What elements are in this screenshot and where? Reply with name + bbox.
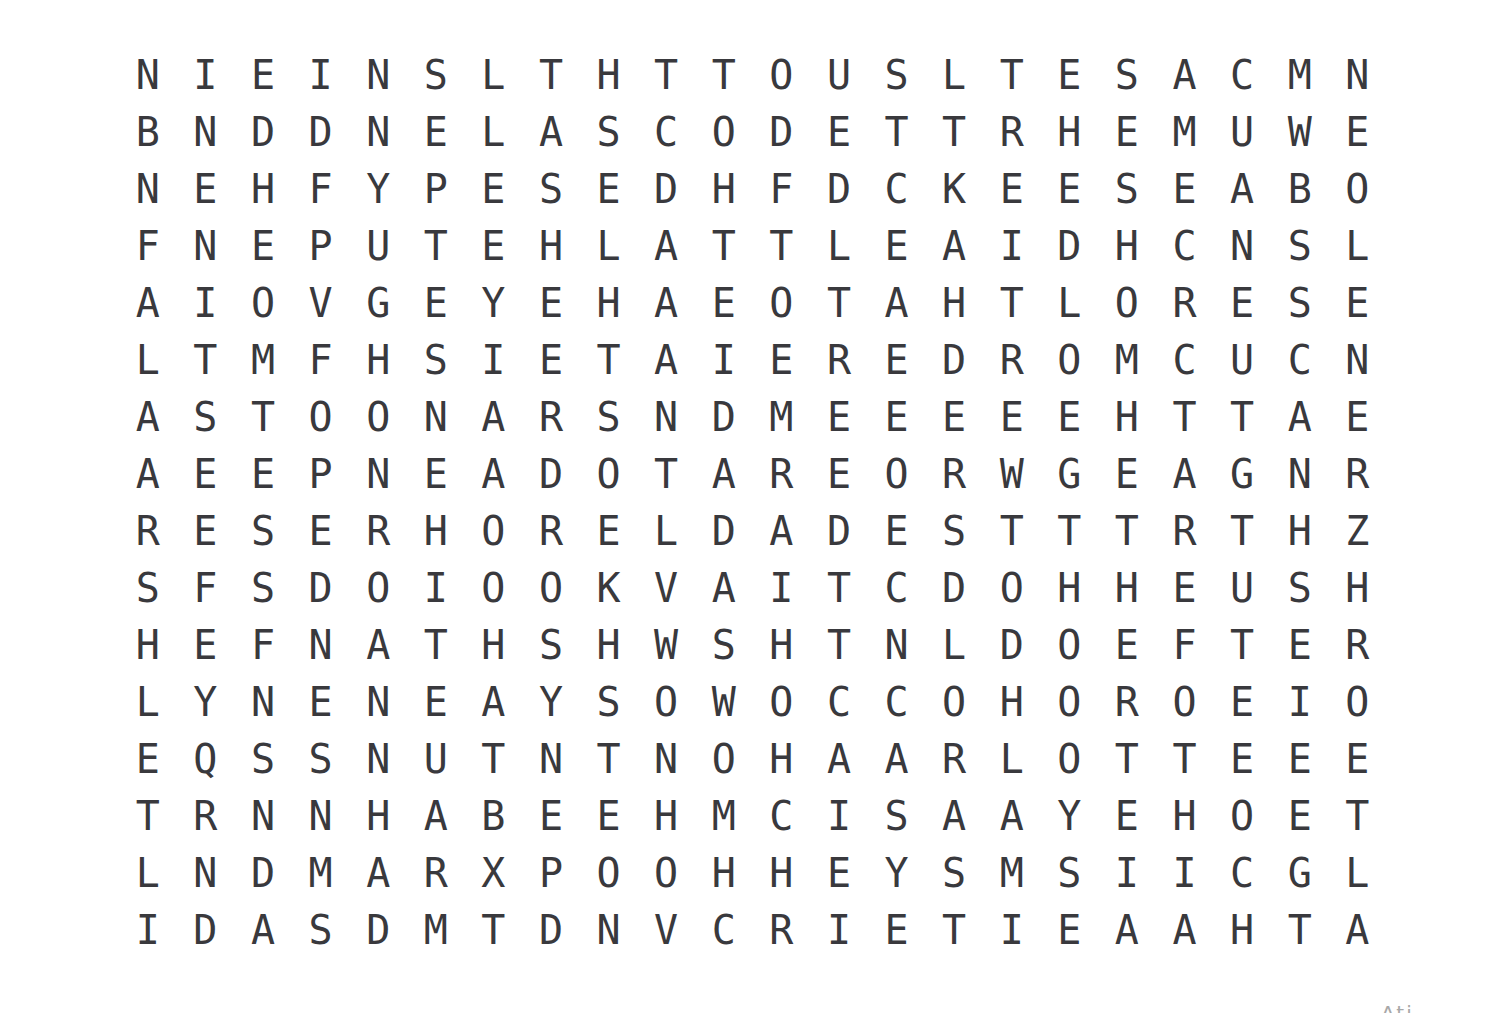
grid-cell[interactable]: E xyxy=(1041,388,1099,445)
grid-cell[interactable]: T xyxy=(119,788,177,845)
grid-cell[interactable]: R xyxy=(119,502,177,559)
grid-cell[interactable]: S xyxy=(1041,845,1099,902)
grid-cell[interactable]: O xyxy=(1156,674,1214,731)
grid-cell[interactable]: H xyxy=(1098,217,1156,274)
grid-cell[interactable]: W xyxy=(637,616,695,673)
grid-cell[interactable]: N xyxy=(292,616,350,673)
grid-cell[interactable]: E xyxy=(810,388,868,445)
grid-cell[interactable]: S xyxy=(234,559,292,616)
grid-cell[interactable]: E xyxy=(1271,616,1329,673)
grid-cell[interactable]: E xyxy=(1213,274,1271,331)
grid-cell[interactable]: G xyxy=(349,274,407,331)
grid-cell[interactable]: H xyxy=(695,845,753,902)
grid-cell[interactable]: A xyxy=(465,388,523,445)
grid-cell[interactable]: C xyxy=(868,559,926,616)
grid-cell[interactable]: T xyxy=(983,502,1041,559)
grid-cell[interactable]: H xyxy=(1328,559,1386,616)
grid-cell[interactable]: A xyxy=(695,445,753,502)
grid-cell[interactable]: E xyxy=(580,502,638,559)
grid-cell[interactable]: P xyxy=(522,845,580,902)
grid-cell[interactable]: D xyxy=(810,160,868,217)
grid-cell[interactable]: L xyxy=(119,674,177,731)
grid-cell[interactable]: D xyxy=(522,445,580,502)
grid-cell[interactable]: O xyxy=(349,559,407,616)
grid-cell[interactable]: A xyxy=(637,217,695,274)
grid-cell[interactable]: T xyxy=(810,616,868,673)
grid-cell[interactable]: B xyxy=(119,103,177,160)
grid-cell[interactable]: H xyxy=(983,674,1041,731)
grid-cell[interactable]: N xyxy=(349,731,407,788)
grid-cell[interactable]: C xyxy=(1213,46,1271,103)
grid-cell[interactable]: O xyxy=(753,46,811,103)
grid-cell[interactable]: T xyxy=(1213,502,1271,559)
grid-cell[interactable]: E xyxy=(868,217,926,274)
grid-cell[interactable]: A xyxy=(637,274,695,331)
grid-cell[interactable]: S xyxy=(695,616,753,673)
grid-cell[interactable]: E xyxy=(1156,160,1214,217)
grid-cell[interactable]: O xyxy=(753,274,811,331)
grid-cell[interactable]: W xyxy=(983,445,1041,502)
grid-cell[interactable]: M xyxy=(1156,103,1214,160)
grid-cell[interactable]: E xyxy=(177,445,235,502)
grid-cell[interactable]: A xyxy=(753,502,811,559)
grid-cell[interactable]: T xyxy=(580,331,638,388)
grid-cell[interactable]: D xyxy=(753,103,811,160)
grid-cell[interactable]: R xyxy=(753,902,811,959)
grid-cell[interactable]: D xyxy=(925,559,983,616)
grid-cell[interactable]: I xyxy=(292,46,350,103)
grid-cell[interactable]: T xyxy=(925,103,983,160)
grid-cell[interactable]: T xyxy=(983,274,1041,331)
grid-cell[interactable]: O xyxy=(1041,731,1099,788)
grid-cell[interactable]: D xyxy=(292,559,350,616)
grid-cell[interactable]: S xyxy=(925,502,983,559)
grid-cell[interactable]: P xyxy=(407,160,465,217)
grid-cell[interactable]: A xyxy=(1156,46,1214,103)
grid-cell[interactable]: T xyxy=(1271,902,1329,959)
grid-cell[interactable]: Y xyxy=(465,274,523,331)
grid-cell[interactable]: I xyxy=(119,902,177,959)
grid-cell[interactable]: R xyxy=(1156,274,1214,331)
grid-cell[interactable]: E xyxy=(465,217,523,274)
grid-cell[interactable]: T xyxy=(1213,616,1271,673)
grid-cell[interactable]: E xyxy=(1328,274,1386,331)
grid-cell[interactable]: M xyxy=(983,845,1041,902)
grid-cell[interactable]: R xyxy=(983,331,1041,388)
grid-cell[interactable]: A xyxy=(119,388,177,445)
grid-cell[interactable]: N xyxy=(119,160,177,217)
grid-cell[interactable]: A xyxy=(1098,902,1156,959)
grid-cell[interactable]: H xyxy=(1156,788,1214,845)
grid-cell[interactable]: S xyxy=(925,845,983,902)
grid-cell[interactable]: S xyxy=(292,902,350,959)
grid-cell[interactable]: L xyxy=(810,217,868,274)
grid-cell[interactable]: M xyxy=(753,388,811,445)
grid-cell[interactable]: A xyxy=(465,445,523,502)
grid-cell[interactable]: S xyxy=(1098,160,1156,217)
grid-cell[interactable]: C xyxy=(695,902,753,959)
grid-cell[interactable]: C xyxy=(1156,331,1214,388)
grid-cell[interactable]: H xyxy=(637,788,695,845)
grid-cell[interactable]: N xyxy=(349,103,407,160)
grid-cell[interactable]: R xyxy=(925,731,983,788)
grid-cell[interactable]: N xyxy=(177,845,235,902)
grid-cell[interactable]: I xyxy=(1098,845,1156,902)
grid-cell[interactable]: N xyxy=(292,788,350,845)
grid-cell[interactable]: A xyxy=(983,788,1041,845)
grid-cell[interactable]: O xyxy=(1041,674,1099,731)
grid-cell[interactable]: A xyxy=(1156,445,1214,502)
grid-cell[interactable]: N xyxy=(407,388,465,445)
grid-cell[interactable]: E xyxy=(868,502,926,559)
grid-cell[interactable]: S xyxy=(119,559,177,616)
grid-cell[interactable]: R xyxy=(753,445,811,502)
grid-cell[interactable]: A xyxy=(868,731,926,788)
grid-cell[interactable]: E xyxy=(753,331,811,388)
grid-cell[interactable]: R xyxy=(1328,445,1386,502)
grid-cell[interactable]: R xyxy=(810,331,868,388)
grid-cell[interactable]: E xyxy=(868,902,926,959)
grid-cell[interactable]: G xyxy=(1041,445,1099,502)
grid-cell[interactable]: D xyxy=(522,902,580,959)
grid-cell[interactable]: S xyxy=(522,160,580,217)
grid-cell[interactable]: Z xyxy=(1328,502,1386,559)
grid-cell[interactable]: O xyxy=(349,388,407,445)
grid-cell[interactable]: T xyxy=(695,217,753,274)
grid-cell[interactable]: G xyxy=(1271,845,1329,902)
grid-cell[interactable]: U xyxy=(810,46,868,103)
grid-cell[interactable]: T xyxy=(580,731,638,788)
grid-cell[interactable]: T xyxy=(637,46,695,103)
grid-cell[interactable]: E xyxy=(1041,902,1099,959)
grid-cell[interactable]: B xyxy=(465,788,523,845)
grid-cell[interactable]: L xyxy=(119,331,177,388)
grid-cell[interactable]: H xyxy=(1041,559,1099,616)
grid-cell[interactable]: U xyxy=(407,731,465,788)
grid-cell[interactable]: H xyxy=(695,160,753,217)
grid-cell[interactable]: E xyxy=(1213,731,1271,788)
grid-cell[interactable]: T xyxy=(983,46,1041,103)
grid-cell[interactable]: X xyxy=(465,845,523,902)
grid-cell[interactable]: F xyxy=(292,160,350,217)
grid-cell[interactable]: D xyxy=(695,502,753,559)
grid-cell[interactable]: H xyxy=(1213,902,1271,959)
grid-cell[interactable]: P xyxy=(292,217,350,274)
grid-cell[interactable]: Q xyxy=(177,731,235,788)
grid-cell[interactable]: N xyxy=(349,46,407,103)
grid-cell[interactable]: A xyxy=(925,217,983,274)
grid-cell[interactable]: S xyxy=(580,674,638,731)
grid-cell[interactable]: F xyxy=(119,217,177,274)
grid-cell[interactable]: I xyxy=(465,331,523,388)
grid-cell[interactable]: O xyxy=(580,845,638,902)
grid-cell[interactable]: O xyxy=(465,559,523,616)
grid-cell[interactable]: S xyxy=(1098,46,1156,103)
grid-cell[interactable]: Y xyxy=(1041,788,1099,845)
grid-cell[interactable]: N xyxy=(868,616,926,673)
grid-cell[interactable]: D xyxy=(292,103,350,160)
grid-cell[interactable]: E xyxy=(810,845,868,902)
grid-cell[interactable]: E xyxy=(810,103,868,160)
grid-cell[interactable]: S xyxy=(1271,559,1329,616)
grid-cell[interactable]: S xyxy=(1271,274,1329,331)
grid-cell[interactable]: T xyxy=(1156,731,1214,788)
grid-cell[interactable]: L xyxy=(1328,845,1386,902)
grid-cell[interactable]: T xyxy=(234,388,292,445)
grid-cell[interactable]: C xyxy=(868,160,926,217)
grid-cell[interactable]: H xyxy=(925,274,983,331)
grid-cell[interactable]: O xyxy=(234,274,292,331)
grid-cell[interactable]: L xyxy=(1041,274,1099,331)
grid-cell[interactable]: U xyxy=(1213,559,1271,616)
grid-cell[interactable]: E xyxy=(177,502,235,559)
grid-cell[interactable]: V xyxy=(292,274,350,331)
grid-cell[interactable]: D xyxy=(234,845,292,902)
grid-cell[interactable]: F xyxy=(753,160,811,217)
grid-cell[interactable]: S xyxy=(177,388,235,445)
grid-cell[interactable]: S xyxy=(292,731,350,788)
grid-cell[interactable]: O xyxy=(637,845,695,902)
grid-cell[interactable]: O xyxy=(1041,616,1099,673)
grid-cell[interactable]: S xyxy=(1271,217,1329,274)
grid-cell[interactable]: E xyxy=(407,674,465,731)
grid-cell[interactable]: E xyxy=(1328,103,1386,160)
grid-cell[interactable]: A xyxy=(1213,160,1271,217)
grid-cell[interactable]: L xyxy=(465,103,523,160)
grid-cell[interactable]: Y xyxy=(349,160,407,217)
grid-cell[interactable]: N xyxy=(1328,331,1386,388)
grid-cell[interactable]: I xyxy=(810,788,868,845)
grid-cell[interactable]: T xyxy=(465,902,523,959)
grid-cell[interactable]: R xyxy=(1328,616,1386,673)
grid-cell[interactable]: D xyxy=(810,502,868,559)
grid-cell[interactable]: E xyxy=(1098,445,1156,502)
grid-cell[interactable]: A xyxy=(1328,902,1386,959)
grid-cell[interactable]: E xyxy=(407,274,465,331)
grid-cell[interactable]: S xyxy=(234,731,292,788)
grid-cell[interactable]: A xyxy=(1156,902,1214,959)
grid-cell[interactable]: N xyxy=(522,731,580,788)
grid-cell[interactable]: C xyxy=(753,788,811,845)
grid-cell[interactable]: I xyxy=(983,902,1041,959)
grid-cell[interactable]: T xyxy=(407,217,465,274)
grid-cell[interactable]: A xyxy=(349,616,407,673)
grid-cell[interactable]: V xyxy=(637,902,695,959)
grid-cell[interactable]: N xyxy=(234,674,292,731)
grid-cell[interactable]: C xyxy=(637,103,695,160)
grid-cell[interactable]: E xyxy=(465,160,523,217)
grid-cell[interactable]: I xyxy=(407,559,465,616)
grid-cell[interactable]: O xyxy=(1328,674,1386,731)
grid-cell[interactable]: N xyxy=(177,103,235,160)
grid-cell[interactable]: U xyxy=(349,217,407,274)
grid-cell[interactable]: M xyxy=(1271,46,1329,103)
grid-cell[interactable]: L xyxy=(983,731,1041,788)
grid-cell[interactable]: L xyxy=(925,616,983,673)
grid-cell[interactable]: E xyxy=(522,274,580,331)
grid-cell[interactable]: T xyxy=(407,616,465,673)
grid-cell[interactable]: I xyxy=(177,46,235,103)
grid-cell[interactable]: R xyxy=(1156,502,1214,559)
grid-cell[interactable]: W xyxy=(695,674,753,731)
grid-cell[interactable]: E xyxy=(1271,731,1329,788)
grid-cell[interactable]: G xyxy=(1213,445,1271,502)
grid-cell[interactable]: E xyxy=(522,788,580,845)
grid-cell[interactable]: I xyxy=(983,217,1041,274)
grid-cell[interactable]: C xyxy=(810,674,868,731)
grid-cell[interactable]: T xyxy=(1098,502,1156,559)
grid-cell[interactable]: E xyxy=(177,616,235,673)
grid-cell[interactable]: T xyxy=(1328,788,1386,845)
grid-cell[interactable]: K xyxy=(925,160,983,217)
grid-cell[interactable]: E xyxy=(1328,731,1386,788)
grid-cell[interactable]: H xyxy=(349,788,407,845)
grid-cell[interactable]: I xyxy=(810,902,868,959)
grid-cell[interactable]: R xyxy=(1098,674,1156,731)
grid-cell[interactable]: H xyxy=(753,731,811,788)
grid-cell[interactable]: H xyxy=(234,160,292,217)
grid-cell[interactable]: E xyxy=(580,788,638,845)
grid-cell[interactable]: E xyxy=(522,331,580,388)
grid-cell[interactable]: S xyxy=(868,788,926,845)
grid-cell[interactable]: N xyxy=(1328,46,1386,103)
grid-cell[interactable]: A xyxy=(119,274,177,331)
grid-cell[interactable]: W xyxy=(1271,103,1329,160)
grid-cell[interactable]: D xyxy=(1041,217,1099,274)
grid-cell[interactable]: D xyxy=(177,902,235,959)
grid-cell[interactable]: E xyxy=(1213,674,1271,731)
grid-cell[interactable]: S xyxy=(407,331,465,388)
grid-cell[interactable]: E xyxy=(1041,160,1099,217)
grid-cell[interactable]: S xyxy=(868,46,926,103)
grid-cell[interactable]: D xyxy=(925,331,983,388)
grid-cell[interactable]: O xyxy=(292,388,350,445)
grid-cell[interactable]: C xyxy=(1271,331,1329,388)
grid-cell[interactable]: N xyxy=(580,902,638,959)
grid-cell[interactable]: H xyxy=(407,502,465,559)
grid-cell[interactable]: D xyxy=(983,616,1041,673)
grid-cell[interactable]: E xyxy=(1098,616,1156,673)
grid-cell[interactable]: U xyxy=(1213,103,1271,160)
grid-cell[interactable]: S xyxy=(234,502,292,559)
grid-cell[interactable]: L xyxy=(637,502,695,559)
grid-cell[interactable]: I xyxy=(1271,674,1329,731)
grid-cell[interactable]: S xyxy=(580,103,638,160)
grid-cell[interactable]: C xyxy=(868,674,926,731)
grid-cell[interactable]: R xyxy=(349,502,407,559)
grid-cell[interactable]: F xyxy=(292,331,350,388)
grid-cell[interactable]: M xyxy=(1098,331,1156,388)
grid-cell[interactable]: O xyxy=(1041,331,1099,388)
grid-cell[interactable]: O xyxy=(1098,274,1156,331)
grid-cell[interactable]: N xyxy=(349,445,407,502)
grid-cell[interactable]: O xyxy=(753,674,811,731)
grid-cell[interactable]: H xyxy=(1098,388,1156,445)
grid-cell[interactable]: I xyxy=(1156,845,1214,902)
grid-cell[interactable]: T xyxy=(1156,388,1214,445)
grid-cell[interactable]: N xyxy=(637,731,695,788)
grid-cell[interactable]: I xyxy=(753,559,811,616)
grid-cell[interactable]: O xyxy=(695,731,753,788)
grid-cell[interactable]: H xyxy=(1098,559,1156,616)
grid-cell[interactable]: Y xyxy=(868,845,926,902)
grid-cell[interactable]: A xyxy=(522,103,580,160)
grid-cell[interactable]: T xyxy=(177,331,235,388)
grid-cell[interactable]: L xyxy=(580,217,638,274)
grid-cell[interactable]: D xyxy=(234,103,292,160)
grid-cell[interactable]: R xyxy=(522,388,580,445)
grid-cell[interactable]: M xyxy=(695,788,753,845)
grid-cell[interactable]: A xyxy=(925,788,983,845)
grid-cell[interactable]: N xyxy=(1271,445,1329,502)
grid-cell[interactable]: A xyxy=(637,331,695,388)
grid-cell[interactable]: E xyxy=(983,388,1041,445)
grid-cell[interactable]: U xyxy=(1213,331,1271,388)
grid-cell[interactable]: M xyxy=(407,902,465,959)
grid-cell[interactable]: D xyxy=(637,160,695,217)
grid-cell[interactable]: E xyxy=(1041,46,1099,103)
grid-cell[interactable]: E xyxy=(119,731,177,788)
grid-cell[interactable]: E xyxy=(810,445,868,502)
grid-cell[interactable]: E xyxy=(234,445,292,502)
grid-cell[interactable]: T xyxy=(522,46,580,103)
grid-cell[interactable]: C xyxy=(1156,217,1214,274)
grid-cell[interactable]: N xyxy=(119,46,177,103)
grid-cell[interactable]: N xyxy=(637,388,695,445)
grid-cell[interactable]: E xyxy=(407,445,465,502)
grid-cell[interactable]: H xyxy=(465,616,523,673)
grid-cell[interactable]: K xyxy=(580,559,638,616)
grid-cell[interactable]: O xyxy=(925,674,983,731)
grid-cell[interactable]: P xyxy=(292,445,350,502)
grid-cell[interactable]: T xyxy=(1041,502,1099,559)
grid-cell[interactable]: T xyxy=(753,217,811,274)
grid-cell[interactable]: O xyxy=(1328,160,1386,217)
grid-cell[interactable]: H xyxy=(580,274,638,331)
grid-cell[interactable]: F xyxy=(234,616,292,673)
grid-cell[interactable]: H xyxy=(119,616,177,673)
grid-cell[interactable]: R xyxy=(407,845,465,902)
grid-cell[interactable]: V xyxy=(637,559,695,616)
grid-cell[interactable]: H xyxy=(753,616,811,673)
grid-cell[interactable]: N xyxy=(349,674,407,731)
grid-cell[interactable]: D xyxy=(695,388,753,445)
grid-cell[interactable]: M xyxy=(292,845,350,902)
grid-cell[interactable]: T xyxy=(810,559,868,616)
grid-cell[interactable]: N xyxy=(177,217,235,274)
grid-cell[interactable]: O xyxy=(465,502,523,559)
grid-cell[interactable]: F xyxy=(177,559,235,616)
grid-cell[interactable]: H xyxy=(753,845,811,902)
grid-cell[interactable]: T xyxy=(810,274,868,331)
grid-cell[interactable]: O xyxy=(637,674,695,731)
grid-cell[interactable]: A xyxy=(234,902,292,959)
grid-cell[interactable]: A xyxy=(407,788,465,845)
grid-cell[interactable]: B xyxy=(1271,160,1329,217)
grid-cell[interactable]: I xyxy=(177,274,235,331)
grid-cell[interactable]: A xyxy=(695,559,753,616)
grid-cell[interactable]: E xyxy=(234,217,292,274)
grid-cell[interactable]: N xyxy=(234,788,292,845)
grid-cell[interactable]: E xyxy=(292,674,350,731)
grid-cell[interactable]: H xyxy=(522,217,580,274)
grid-cell[interactable]: M xyxy=(234,331,292,388)
grid-cell[interactable]: A xyxy=(119,445,177,502)
grid-cell[interactable]: D xyxy=(349,902,407,959)
grid-cell[interactable]: S xyxy=(522,616,580,673)
grid-cell[interactable]: T xyxy=(1098,731,1156,788)
grid-cell[interactable]: R xyxy=(177,788,235,845)
